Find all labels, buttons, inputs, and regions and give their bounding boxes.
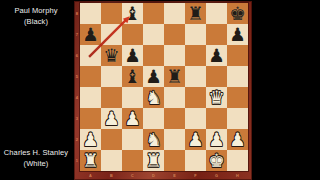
file-label-g: G (211, 173, 223, 178)
file-label-h: H (232, 173, 244, 178)
square-b3[interactable]: ♟ (101, 108, 122, 129)
rank-label-1: 1 (75, 154, 78, 166)
square-e4[interactable] (164, 87, 185, 108)
square-c3[interactable]: ♟ (122, 108, 143, 129)
file-label-b: B (106, 173, 118, 178)
file-label-c: C (127, 173, 139, 178)
square-d6[interactable] (143, 45, 164, 66)
square-h1[interactable] (227, 150, 248, 171)
square-g7[interactable] (206, 24, 227, 45)
square-c8[interactable]: ♝ (122, 3, 143, 24)
square-c4[interactable] (122, 87, 143, 108)
square-d5[interactable]: ♟ (143, 66, 164, 87)
square-c1[interactable] (122, 150, 143, 171)
piece-black-rook-e5[interactable]: ♜ (164, 66, 185, 87)
square-c5[interactable]: ♝ (122, 66, 143, 87)
square-e5[interactable]: ♜ (164, 66, 185, 87)
square-g2[interactable]: ♟ (206, 129, 227, 150)
square-h7[interactable]: ♟ (227, 24, 248, 45)
square-a2[interactable]: ♟ (80, 129, 101, 150)
square-d2[interactable]: ♞ (143, 129, 164, 150)
square-f6[interactable] (185, 45, 206, 66)
piece-white-pawn-f2[interactable]: ♟ (185, 129, 206, 150)
square-g8[interactable] (206, 3, 227, 24)
piece-white-rook-d1[interactable]: ♜ (143, 150, 164, 171)
square-b1[interactable] (101, 150, 122, 171)
square-h8[interactable]: ♚ (227, 3, 248, 24)
square-e7[interactable] (164, 24, 185, 45)
square-d4[interactable]: ♞ (143, 87, 164, 108)
square-b6[interactable]: ♛ (101, 45, 122, 66)
square-d3[interactable] (143, 108, 164, 129)
piece-black-pawn-g6[interactable]: ♟ (206, 45, 227, 66)
rank-label-6: 6 (75, 49, 78, 61)
rank-label-2: 2 (75, 133, 78, 145)
square-f3[interactable] (185, 108, 206, 129)
square-b8[interactable] (101, 3, 122, 24)
square-h6[interactable] (227, 45, 248, 66)
square-g1[interactable]: ♚ (206, 150, 227, 171)
square-h2[interactable]: ♟ (227, 129, 248, 150)
square-c2[interactable] (122, 129, 143, 150)
square-a7[interactable]: ♟ (80, 24, 101, 45)
file-label-a: A (85, 173, 97, 178)
piece-white-king-g1[interactable]: ♚ (206, 150, 227, 171)
player-black-label: Paul Morphy (Black) (0, 6, 72, 27)
file-label-d: D (148, 173, 160, 178)
square-e8[interactable] (164, 3, 185, 24)
square-e2[interactable] (164, 129, 185, 150)
rank-label-3: 3 (75, 112, 78, 124)
square-g5[interactable] (206, 66, 227, 87)
file-label-f: F (190, 173, 202, 178)
rank-label-8: 8 (75, 7, 78, 19)
rank-label-7: 7 (75, 28, 78, 40)
player-white-name: Charles H. Stanley (0, 148, 72, 159)
square-e3[interactable] (164, 108, 185, 129)
piece-white-pawn-b3[interactable]: ♟ (101, 108, 122, 129)
square-g4[interactable]: ♛ (206, 87, 227, 108)
piece-black-king-h8[interactable]: ♚ (227, 3, 248, 24)
square-f1[interactable] (185, 150, 206, 171)
square-f4[interactable] (185, 87, 206, 108)
piece-black-rook-f8[interactable]: ♜ (185, 3, 206, 24)
square-e1[interactable] (164, 150, 185, 171)
square-a3[interactable] (80, 108, 101, 129)
piece-white-pawn-c3[interactable]: ♟ (122, 108, 143, 129)
square-b5[interactable] (101, 66, 122, 87)
player-white-side: (White) (0, 159, 72, 170)
piece-black-queen-b6[interactable]: ♛ (101, 45, 122, 66)
piece-white-pawn-h2[interactable]: ♟ (227, 129, 248, 150)
square-h4[interactable] (227, 87, 248, 108)
square-a8[interactable] (80, 3, 101, 24)
square-d8[interactable] (143, 3, 164, 24)
square-d7[interactable] (143, 24, 164, 45)
player-black-side: (Black) (0, 17, 72, 28)
piece-white-knight-d4[interactable]: ♞ (143, 87, 164, 108)
square-c6[interactable]: ♟ (122, 45, 143, 66)
square-d1[interactable]: ♜ (143, 150, 164, 171)
file-labels: ABCDEFGH (80, 171, 248, 180)
chess-board: 87654321 ♝♜♚♟♟♛♟♟♝♟♜♞♛♟♟♟♞♟♟♟♜♜♚ ABCDEFG… (74, 1, 252, 180)
piece-black-pawn-c6[interactable]: ♟ (122, 45, 143, 66)
square-g6[interactable]: ♟ (206, 45, 227, 66)
piece-black-pawn-a7[interactable]: ♟ (80, 24, 101, 45)
player-white-label: Charles H. Stanley (White) (0, 148, 72, 169)
square-h3[interactable] (227, 108, 248, 129)
square-a4[interactable] (80, 87, 101, 108)
square-g3[interactable] (206, 108, 227, 129)
square-a6[interactable] (80, 45, 101, 66)
piece-white-pawn-a2[interactable]: ♟ (80, 129, 101, 150)
square-f2[interactable]: ♟ (185, 129, 206, 150)
piece-white-pawn-g2[interactable]: ♟ (206, 129, 227, 150)
square-b4[interactable] (101, 87, 122, 108)
square-e6[interactable] (164, 45, 185, 66)
square-f8[interactable]: ♜ (185, 3, 206, 24)
piece-black-bishop-c5[interactable]: ♝ (122, 66, 143, 87)
square-b7[interactable] (101, 24, 122, 45)
rank-label-5: 5 (75, 70, 78, 82)
board-squares: ♝♜♚♟♟♛♟♟♝♟♜♞♛♟♟♟♞♟♟♟♜♜♚ (80, 3, 248, 171)
square-a5[interactable] (80, 66, 101, 87)
piece-black-bishop-c8[interactable]: ♝ (122, 3, 143, 24)
piece-white-knight-d2[interactable]: ♞ (143, 129, 164, 150)
square-b2[interactable] (101, 129, 122, 150)
square-a1[interactable]: ♜ (80, 150, 101, 171)
piece-white-rook-a1[interactable]: ♜ (80, 150, 101, 171)
piece-black-pawn-d5[interactable]: ♟ (143, 66, 164, 87)
player-black-name: Paul Morphy (0, 6, 72, 17)
rank-label-4: 4 (75, 91, 78, 103)
square-f7[interactable] (185, 24, 206, 45)
square-c7[interactable] (122, 24, 143, 45)
piece-black-pawn-h7[interactable]: ♟ (227, 24, 248, 45)
square-h5[interactable] (227, 66, 248, 87)
file-label-e: E (169, 173, 181, 178)
square-f5[interactable] (185, 66, 206, 87)
piece-white-queen-g4[interactable]: ♛ (206, 87, 227, 108)
